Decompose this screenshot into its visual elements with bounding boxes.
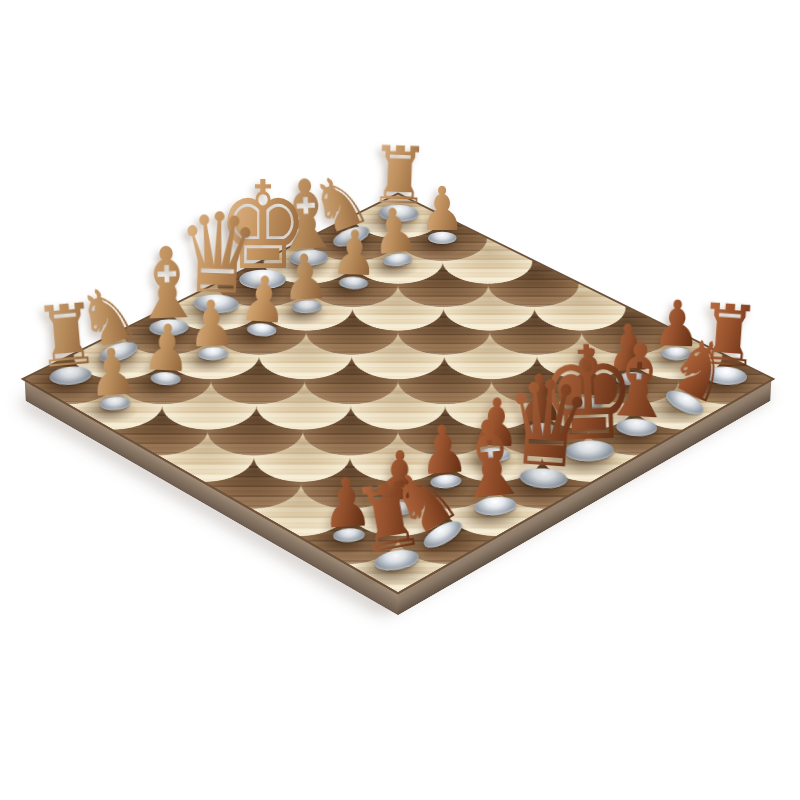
product-photo-stage: ♜♞♝♛♚♝♞♜♟♟♟♟♟♟♟♟♟♟♟♟♟♟♟♟♜♞♝♛♚♝♞♜ bbox=[0, 0, 800, 800]
square-d7[interactable] bbox=[446, 429, 542, 481]
square-h1[interactable] bbox=[354, 194, 442, 238]
square-c7[interactable] bbox=[398, 455, 495, 508]
square-c6[interactable] bbox=[350, 429, 446, 481]
square-e7[interactable] bbox=[493, 404, 588, 455]
square-f7[interactable] bbox=[539, 379, 633, 429]
square-b5[interactable] bbox=[254, 429, 350, 481]
square-b3[interactable] bbox=[163, 379, 257, 429]
square-e6[interactable] bbox=[445, 379, 539, 429]
square-b4[interactable] bbox=[208, 404, 303, 455]
board-squares bbox=[25, 194, 772, 592]
square-b7[interactable] bbox=[349, 482, 447, 536]
square-c4[interactable] bbox=[257, 379, 351, 429]
square-d5[interactable] bbox=[351, 379, 445, 429]
square-d6[interactable] bbox=[398, 404, 493, 455]
chess-board bbox=[25, 194, 772, 592]
square-b6[interactable] bbox=[301, 455, 398, 508]
scene bbox=[0, 0, 800, 800]
square-c5[interactable] bbox=[303, 404, 398, 455]
